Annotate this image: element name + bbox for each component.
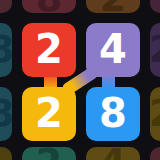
tile-digit: 2 [35, 29, 63, 69]
tile-digit: 2 [36, 147, 62, 160]
tile-r0c1-value-8[interactable]: 8 [22, 0, 76, 13]
board: 828242828224 [0, 0, 160, 160]
tile-r1c2-value-4[interactable]: 4 [86, 23, 140, 77]
tile-r3c3-empty[interactable] [150, 147, 160, 160]
tile-digit: 2 [35, 93, 63, 133]
tile-digit: 8 [0, 30, 12, 68]
tile-r1c1-value-2[interactable]: 2 [22, 23, 76, 77]
tile-r0c3-empty[interactable] [150, 0, 160, 13]
tile-r2c1-value-2[interactable]: 2 [22, 87, 76, 141]
tile-r1c3-value-2[interactable]: 2 [150, 23, 160, 77]
tile-digit: 8 [0, 94, 12, 132]
tile-digit: 4 [100, 147, 126, 160]
tile-digit: 2 [150, 30, 160, 68]
tile-r2c3-value-2[interactable]: 2 [150, 87, 160, 141]
tile-r3c2-value-4[interactable]: 4 [86, 147, 140, 160]
tile-digit: 4 [99, 29, 127, 69]
tile-r2c0-value-8[interactable]: 8 [0, 87, 12, 141]
tile-r3c1-value-2[interactable]: 2 [22, 147, 76, 160]
tile-digit: 2 [150, 94, 160, 132]
tile-digit: 8 [99, 93, 127, 133]
tile-r0c2-value-2[interactable]: 2 [86, 0, 140, 13]
tile-digit: 2 [100, 0, 126, 13]
tile-r2c2-value-8[interactable]: 8 [86, 87, 140, 141]
tile-r0c0-empty[interactable] [0, 0, 12, 13]
tile-digit: 8 [36, 0, 62, 13]
tile-r3c0-empty[interactable] [0, 147, 12, 160]
tile-r1c0-value-8[interactable]: 8 [0, 23, 12, 77]
